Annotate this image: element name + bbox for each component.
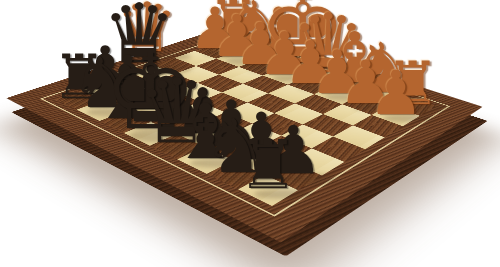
chess-set-product-photo: ♜♞♝♛♚♝♞♜♟♟♟♟♟♟♟♟♟♟♟♟♟♟♟♟♜♞♝♛♚♝♞♜♛♛ [0,0,500,267]
